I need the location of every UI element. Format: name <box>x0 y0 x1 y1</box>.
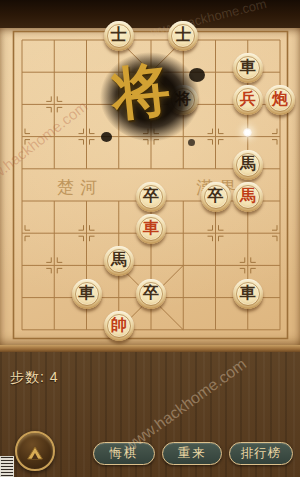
piece-black-advisor[interactable]: 士 <box>104 21 134 51</box>
piece-glyph: 車 <box>240 285 256 301</box>
piece-red-chariot[interactable]: 車 <box>136 214 166 244</box>
piece-red-cannon[interactable]: 炮 <box>265 85 295 115</box>
piece-black-soldier[interactable]: 卒 <box>136 182 166 212</box>
last-move-dot <box>243 128 252 137</box>
piece-black-general[interactable]: 将 <box>168 85 198 115</box>
piece-glyph: 馬 <box>240 188 256 204</box>
piece-glyph: 車 <box>79 285 95 301</box>
piece-black-chariot[interactable]: 車 <box>233 53 263 83</box>
pieces-layer: 士士車将兵炮馬卒卒馬車馬車卒車帥 将 <box>0 0 300 477</box>
check-glyph: 将 <box>109 59 173 123</box>
piece-glyph: 士 <box>111 27 127 43</box>
piece-glyph: 車 <box>240 59 256 75</box>
piece-glyph: 将 <box>175 91 191 107</box>
piece-glyph: 帥 <box>111 317 127 333</box>
ink-splat <box>188 139 195 146</box>
piece-black-horse[interactable]: 馬 <box>233 150 263 180</box>
piece-black-chariot[interactable]: 車 <box>72 279 102 309</box>
piece-red-soldier[interactable]: 兵 <box>233 85 263 115</box>
piece-glyph: 士 <box>175 27 191 43</box>
piece-glyph: 卒 <box>143 188 159 204</box>
piece-red-general[interactable]: 帥 <box>104 311 134 341</box>
piece-black-soldier[interactable]: 卒 <box>136 279 166 309</box>
piece-glyph: 車 <box>143 220 159 236</box>
piece-glyph: 馬 <box>111 252 127 268</box>
xiangqi-app-screen: 楚河 漢界 www.hackhome.com www.hackhome.com … <box>0 0 300 477</box>
piece-glyph: 卒 <box>208 188 224 204</box>
piece-glyph: 卒 <box>143 285 159 301</box>
piece-black-soldier[interactable]: 卒 <box>201 182 231 212</box>
piece-black-horse[interactable]: 馬 <box>104 246 134 276</box>
piece-glyph: 兵 <box>240 91 256 107</box>
piece-red-horse[interactable]: 馬 <box>233 182 263 212</box>
piece-black-advisor[interactable]: 士 <box>168 21 198 51</box>
piece-black-chariot[interactable]: 車 <box>233 279 263 309</box>
piece-glyph: 馬 <box>240 156 256 172</box>
ink-splat <box>189 68 205 82</box>
piece-glyph: 炮 <box>272 91 288 107</box>
ink-splat <box>101 132 112 142</box>
